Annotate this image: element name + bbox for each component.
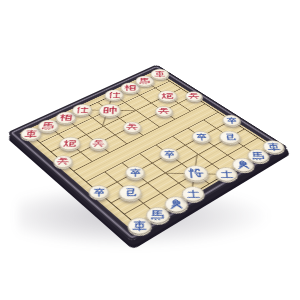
soldier-character: [129, 168, 142, 176]
soldier-character: [92, 140, 105, 147]
horse-character: [139, 78, 151, 84]
cannon-character: [123, 188, 137, 198]
general-character: [188, 168, 205, 178]
cannon-character: [161, 92, 173, 99]
elephant-character: [123, 84, 135, 91]
soldier-character: [56, 158, 70, 166]
chariot-character: [23, 130, 37, 138]
product-photo: [0, 0, 300, 300]
advisor-character: [108, 92, 120, 99]
horse-character: [41, 122, 55, 130]
chariot-character: [265, 143, 280, 151]
advisor-character: [186, 189, 201, 199]
soldier-character: [92, 188, 106, 197]
soldier-character: [126, 123, 138, 130]
horse-character: [250, 151, 265, 159]
elephant-character: [235, 160, 250, 169]
elephant-character: [168, 199, 183, 209]
advisor-character: [75, 106, 88, 113]
soldier-character: [195, 133, 208, 140]
soldier-character: [225, 117, 238, 124]
elephant-character: [58, 114, 72, 121]
chariot-character: [153, 71, 165, 77]
cannon-character: [223, 133, 237, 141]
advisor-character: [219, 170, 234, 179]
grid-line: [158, 74, 272, 147]
soldier-character: [158, 108, 170, 115]
general-character: [102, 106, 117, 114]
horse-character: [150, 210, 165, 220]
soldier-character: [163, 150, 176, 158]
cannon-character: [63, 139, 77, 147]
chariot-character: [131, 221, 146, 232]
soldier-character: [188, 93, 200, 99]
